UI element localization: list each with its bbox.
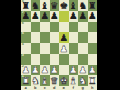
piece-black-pawn[interactable]: ♟ xyxy=(69,11,78,21)
square-f4[interactable] xyxy=(69,43,79,54)
piece-black-pawn[interactable]: ♟ xyxy=(40,11,49,21)
square-h5[interactable] xyxy=(88,32,98,43)
piece-white-pawn[interactable]: ♟ xyxy=(88,65,97,75)
piece-white-knight[interactable]: ♞ xyxy=(31,75,40,85)
square-e1[interactable]: ♚ xyxy=(59,75,69,86)
piece-white-pawn[interactable]: ♟ xyxy=(31,65,40,75)
rank-coordinate-3: 3 xyxy=(22,54,24,58)
piece-black-pawn[interactable]: ♟ xyxy=(31,11,40,21)
piece-black-bishop[interactable]: ♝ xyxy=(40,0,49,10)
piece-black-pawn[interactable]: ♟ xyxy=(21,11,30,21)
square-c7[interactable]: ♟ xyxy=(40,11,50,22)
square-e3[interactable] xyxy=(59,54,69,65)
file-coordinates: abcdefgh xyxy=(21,86,97,90)
piece-white-pawn[interactable]: ♟ xyxy=(50,65,59,75)
square-g7[interactable]: ♟ xyxy=(78,11,88,22)
piece-black-queen[interactable]: ♛ xyxy=(50,0,59,10)
piece-white-bishop[interactable]: ♝ xyxy=(69,75,78,85)
piece-black-pawn[interactable]: ♟ xyxy=(50,11,59,21)
rank-coordinate-4: 4 xyxy=(22,43,24,47)
piece-black-knight[interactable]: ♞ xyxy=(31,0,40,10)
square-e7[interactable] xyxy=(59,11,69,22)
square-b6[interactable] xyxy=(31,22,41,33)
piece-black-bishop[interactable]: ♝ xyxy=(69,0,78,10)
piece-white-knight[interactable]: ♞ xyxy=(78,75,87,85)
piece-black-rook[interactable]: ♜ xyxy=(88,0,97,10)
square-d4[interactable] xyxy=(50,43,60,54)
piece-black-pawn[interactable]: ♟ xyxy=(78,11,87,21)
rank-coordinate-5: 5 xyxy=(22,32,24,36)
rank-coordinate-6: 6 xyxy=(22,22,24,26)
piece-white-pawn[interactable]: ♟ xyxy=(69,65,78,75)
file-coordinate-c: c xyxy=(40,86,50,90)
square-h7[interactable]: ♟ xyxy=(88,11,98,22)
square-e8[interactable]: ♚ xyxy=(59,0,69,11)
square-c1[interactable]: ♝ xyxy=(40,75,50,86)
square-f1[interactable]: ♝ xyxy=(69,75,79,86)
file-coordinate-d: d xyxy=(50,86,60,90)
square-c4[interactable] xyxy=(40,43,50,54)
piece-black-king[interactable]: ♚ xyxy=(59,0,68,10)
square-f6[interactable] xyxy=(69,22,79,33)
piece-black-pawn[interactable]: ♟ xyxy=(59,32,68,42)
square-b5[interactable] xyxy=(31,32,41,43)
piece-black-knight[interactable]: ♞ xyxy=(78,0,87,10)
chessboard: 8♜♞♝♛♚♝♞♜7♟♟♟♟♟♟♟65♟4♟32♟♟♟♟♟♟♟1♜♞♝♛♚♝♞♜ xyxy=(21,0,97,86)
square-b7[interactable]: ♟ xyxy=(31,11,41,22)
piece-white-king[interactable]: ♚ xyxy=(59,75,68,85)
square-c6[interactable] xyxy=(40,22,50,33)
square-c5[interactable] xyxy=(40,32,50,43)
square-h4[interactable] xyxy=(88,43,98,54)
square-g4[interactable] xyxy=(78,43,88,54)
piece-white-pawn[interactable]: ♟ xyxy=(78,65,87,75)
square-g5[interactable] xyxy=(78,32,88,43)
piece-white-pawn[interactable]: ♟ xyxy=(40,65,49,75)
file-coordinate-f: f xyxy=(69,86,79,90)
piece-black-rook[interactable]: ♜ xyxy=(21,0,30,10)
video-frame: 8♜♞♝♛♚♝♞♜7♟♟♟♟♟♟♟65♟4♟32♟♟♟♟♟♟♟1♜♞♝♛♚♝♞♜… xyxy=(0,0,120,90)
file-coordinate-b: b xyxy=(31,86,41,90)
square-d5[interactable] xyxy=(50,32,60,43)
square-g1[interactable]: ♞ xyxy=(78,75,88,86)
file-coordinate-a: a xyxy=(21,86,31,90)
square-f7[interactable]: ♟ xyxy=(69,11,79,22)
piece-white-rook[interactable]: ♜ xyxy=(21,75,30,85)
square-e4[interactable]: ♟ xyxy=(59,43,69,54)
piece-white-rook[interactable]: ♜ xyxy=(88,75,97,85)
square-d7[interactable]: ♟ xyxy=(50,11,60,22)
piece-white-bishop[interactable]: ♝ xyxy=(40,75,49,85)
file-coordinate-e: e xyxy=(59,86,69,90)
piece-black-pawn[interactable]: ♟ xyxy=(88,11,97,21)
square-d6[interactable] xyxy=(50,22,60,33)
square-b1[interactable]: ♞ xyxy=(31,75,41,86)
piece-white-pawn[interactable]: ♟ xyxy=(59,43,68,53)
piece-white-queen[interactable]: ♛ xyxy=(50,75,59,85)
square-a7[interactable]: 7♟ xyxy=(21,11,31,22)
square-h6[interactable] xyxy=(88,22,98,33)
letterbox-left xyxy=(0,0,21,90)
file-coordinate-g: g xyxy=(78,86,88,90)
square-g6[interactable] xyxy=(78,22,88,33)
letterbox-right xyxy=(97,0,120,90)
square-b4[interactable] xyxy=(31,43,41,54)
file-coordinate-h: h xyxy=(88,86,98,90)
piece-white-pawn[interactable]: ♟ xyxy=(21,65,30,75)
square-d1[interactable]: ♛ xyxy=(50,75,60,86)
square-a1[interactable]: 1♜ xyxy=(21,75,31,86)
square-f5[interactable] xyxy=(69,32,79,43)
square-h1[interactable]: ♜ xyxy=(88,75,98,86)
